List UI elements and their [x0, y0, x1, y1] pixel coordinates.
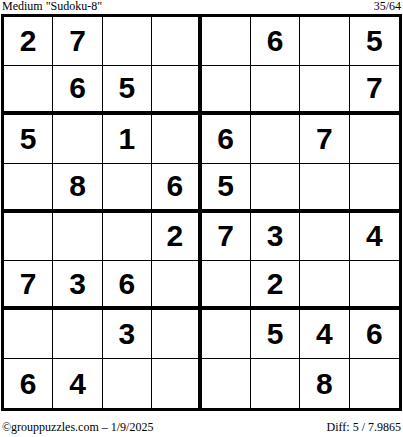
cell-r4c7[interactable] [300, 164, 349, 213]
cell-r3c3[interactable]: 1 [103, 115, 152, 164]
puzzle-number: 35/64 [374, 0, 401, 13]
cell-r7c8[interactable]: 6 [350, 310, 399, 359]
cell-r6c6[interactable]: 2 [251, 261, 300, 310]
footer-bar: ©grouppuzzles.com – 1/9/2025 Diff: 5 / 7… [2, 420, 401, 434]
cell-r2c1[interactable] [4, 66, 53, 115]
cell-r4c8[interactable] [350, 164, 399, 213]
cell-r6c5[interactable] [202, 261, 251, 310]
cell-r5c5[interactable]: 7 [202, 213, 251, 262]
cell-r8c3[interactable] [103, 359, 152, 408]
sudoku-board: 27656575167865273473623546648 [1, 14, 402, 411]
cell-r8c2[interactable]: 4 [53, 359, 102, 408]
cell-r5c6[interactable]: 3 [251, 213, 300, 262]
cell-r3c8[interactable] [350, 115, 399, 164]
cell-r6c3[interactable]: 6 [103, 261, 152, 310]
cell-r4c3[interactable] [103, 164, 152, 213]
cell-r3c1[interactable]: 5 [4, 115, 53, 164]
cell-r4c4[interactable]: 6 [152, 164, 201, 213]
cell-r7c5[interactable] [202, 310, 251, 359]
cell-r3c6[interactable] [251, 115, 300, 164]
cell-r5c1[interactable] [4, 213, 53, 262]
cell-r1c6[interactable]: 6 [251, 17, 300, 66]
cell-r8c6[interactable] [251, 359, 300, 408]
cell-r3c2[interactable] [53, 115, 102, 164]
cell-r2c4[interactable] [152, 66, 201, 115]
cell-r1c2[interactable]: 7 [53, 17, 102, 66]
cell-r1c5[interactable] [202, 17, 251, 66]
cell-r7c6[interactable]: 5 [251, 310, 300, 359]
cell-r2c7[interactable] [300, 66, 349, 115]
cell-r7c3[interactable]: 3 [103, 310, 152, 359]
cell-r6c1[interactable]: 7 [4, 261, 53, 310]
puzzle-title: Medium "Sudoku-8" [2, 0, 102, 13]
cell-r7c1[interactable] [4, 310, 53, 359]
cell-r5c8[interactable]: 4 [350, 213, 399, 262]
cell-r6c8[interactable] [350, 261, 399, 310]
cell-r6c2[interactable]: 3 [53, 261, 102, 310]
cell-r8c4[interactable] [152, 359, 201, 408]
cell-r2c8[interactable]: 7 [350, 66, 399, 115]
cell-r1c8[interactable]: 5 [350, 17, 399, 66]
cell-r1c3[interactable] [103, 17, 152, 66]
cell-r6c7[interactable] [300, 261, 349, 310]
cell-r3c4[interactable] [152, 115, 201, 164]
cell-r5c4[interactable]: 2 [152, 213, 201, 262]
difficulty-text: Diff: 5 / 7.9865 [327, 420, 401, 434]
cell-r5c3[interactable] [103, 213, 152, 262]
copyright-text: ©grouppuzzles.com – 1/9/2025 [2, 420, 153, 434]
cell-r3c5[interactable]: 6 [202, 115, 251, 164]
header-bar: Medium "Sudoku-8" 35/64 [2, 0, 401, 13]
cell-r2c6[interactable] [251, 66, 300, 115]
cell-r5c7[interactable] [300, 213, 349, 262]
cell-r2c5[interactable] [202, 66, 251, 115]
cell-r1c4[interactable] [152, 17, 201, 66]
cell-r7c4[interactable] [152, 310, 201, 359]
cell-r1c7[interactable] [300, 17, 349, 66]
cell-r8c8[interactable] [350, 359, 399, 408]
cell-r5c2[interactable] [53, 213, 102, 262]
cell-r7c7[interactable]: 4 [300, 310, 349, 359]
cell-r8c1[interactable]: 6 [4, 359, 53, 408]
cell-r6c4[interactable] [152, 261, 201, 310]
cell-r7c2[interactable] [53, 310, 102, 359]
cell-r8c7[interactable]: 8 [300, 359, 349, 408]
cell-r1c1[interactable]: 2 [4, 17, 53, 66]
cell-r4c5[interactable]: 5 [202, 164, 251, 213]
cell-r8c5[interactable] [202, 359, 251, 408]
cell-r4c1[interactable] [4, 164, 53, 213]
cell-r2c2[interactable]: 6 [53, 66, 102, 115]
cell-r3c7[interactable]: 7 [300, 115, 349, 164]
cell-r4c2[interactable]: 8 [53, 164, 102, 213]
cell-r2c3[interactable]: 5 [103, 66, 152, 115]
cell-r4c6[interactable] [251, 164, 300, 213]
